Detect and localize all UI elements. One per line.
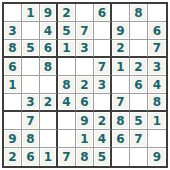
- cell-r3c8[interactable]: [130, 40, 148, 58]
- cell-r9c6: 5: [94, 148, 112, 166]
- cell-r9c8[interactable]: [130, 148, 148, 166]
- cell-r1c2: 1: [22, 4, 40, 22]
- cell-r6c6[interactable]: [94, 94, 112, 112]
- cell-r6c5: 6: [76, 94, 94, 112]
- cell-r3c3: 6: [40, 40, 58, 58]
- cell-r5c7[interactable]: [112, 76, 130, 94]
- cell-r9c7[interactable]: [112, 148, 130, 166]
- cell-r7c5: 9: [76, 112, 94, 130]
- cell-r4c8: 2: [130, 58, 148, 76]
- cell-r8c9[interactable]: [148, 130, 166, 148]
- cell-r7c1[interactable]: [4, 112, 22, 130]
- cell-r6c2: 3: [22, 94, 40, 112]
- cell-r5c5: 2: [76, 76, 94, 94]
- cell-r8c6: 4: [94, 130, 112, 148]
- cell-r4c7: 1: [112, 58, 130, 76]
- cell-r7c3[interactable]: [40, 112, 58, 130]
- cell-r5c4: 8: [58, 76, 76, 94]
- cell-r3c7: 2: [112, 40, 130, 58]
- cell-r2c1: 3: [4, 22, 22, 40]
- sudoku-board: 1926834579685613276871231823643246787928…: [2, 2, 168, 168]
- cell-r6c4: 4: [58, 94, 76, 112]
- cell-r7c9: 1: [148, 112, 166, 130]
- cell-r4c2[interactable]: [22, 58, 40, 76]
- cell-r4c1: 6: [4, 58, 22, 76]
- cell-r5c8: 6: [130, 76, 148, 94]
- cell-r1c3: 9: [40, 4, 58, 22]
- cell-r1c9[interactable]: [148, 4, 166, 22]
- cell-r4c9: 3: [148, 58, 166, 76]
- cell-r8c5: 1: [76, 130, 94, 148]
- cell-r2c2[interactable]: [22, 22, 40, 40]
- cell-r7c6: 2: [94, 112, 112, 130]
- cell-r2c3: 4: [40, 22, 58, 40]
- cell-r5c2[interactable]: [22, 76, 40, 94]
- cell-r1c7[interactable]: [112, 4, 130, 22]
- cell-r3c2: 5: [22, 40, 40, 58]
- cell-r4c4[interactable]: [58, 58, 76, 76]
- cell-r3c9: 7: [148, 40, 166, 58]
- cell-r7c8: 5: [130, 112, 148, 130]
- cell-r8c2: 8: [22, 130, 40, 148]
- cell-r1c4: 2: [58, 4, 76, 22]
- cell-r1c8: 8: [130, 4, 148, 22]
- cell-r5c1: 1: [4, 76, 22, 94]
- cell-r9c9: 9: [148, 148, 166, 166]
- cell-r9c5: 8: [76, 148, 94, 166]
- cell-r6c3: 2: [40, 94, 58, 112]
- cell-r2c8[interactable]: [130, 22, 148, 40]
- cell-r3c5: 3: [76, 40, 94, 58]
- cell-r1c1[interactable]: [4, 4, 22, 22]
- cell-r6c1[interactable]: [4, 94, 22, 112]
- cell-r1c5[interactable]: [76, 4, 94, 22]
- cell-r9c4: 7: [58, 148, 76, 166]
- cell-r7c7: 8: [112, 112, 130, 130]
- cell-r7c4[interactable]: [58, 112, 76, 130]
- cell-r1c6: 6: [94, 4, 112, 22]
- cell-r6c9: 8: [148, 94, 166, 112]
- cell-r9c2: 6: [22, 148, 40, 166]
- cell-r2c4: 5: [58, 22, 76, 40]
- cell-r9c3: 1: [40, 148, 58, 166]
- cell-r8c3[interactable]: [40, 130, 58, 148]
- cell-r5c6: 3: [94, 76, 112, 94]
- cell-r6c8[interactable]: [130, 94, 148, 112]
- cell-r4c6: 7: [94, 58, 112, 76]
- cell-r2c7: 9: [112, 22, 130, 40]
- cell-r2c9: 6: [148, 22, 166, 40]
- cell-r2c6[interactable]: [94, 22, 112, 40]
- cell-r7c2: 7: [22, 112, 40, 130]
- cell-r6c7: 7: [112, 94, 130, 112]
- cell-r4c3: 8: [40, 58, 58, 76]
- cell-r3c1: 8: [4, 40, 22, 58]
- cell-r4c5[interactable]: [76, 58, 94, 76]
- cell-r2c5: 7: [76, 22, 94, 40]
- cell-r9c1: 2: [4, 148, 22, 166]
- cell-r5c3[interactable]: [40, 76, 58, 94]
- cell-r8c1: 9: [4, 130, 22, 148]
- cell-r8c4[interactable]: [58, 130, 76, 148]
- cell-r8c8: 7: [130, 130, 148, 148]
- cell-r3c6[interactable]: [94, 40, 112, 58]
- cell-r3c4: 1: [58, 40, 76, 58]
- cell-r8c7: 6: [112, 130, 130, 148]
- cell-r5c9: 4: [148, 76, 166, 94]
